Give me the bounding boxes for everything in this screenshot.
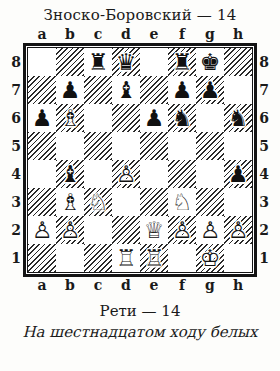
square-g8: ♚ [196,48,224,76]
square-g6 [196,104,224,132]
file-label-g: g [196,277,224,294]
square-e1: ♖ [140,244,168,272]
rank-label-6: 6 [257,104,271,132]
square-c3: ♘ [84,188,112,216]
rank-labels-right: 87654321 [257,48,271,272]
file-label-f: f [168,277,196,294]
square-f1 [168,244,196,272]
rank-label-5: 5 [9,132,23,160]
white-queen-e2: ♕ [144,216,165,244]
square-a6: ♟ [28,104,56,132]
rank-label-3: 3 [257,188,271,216]
white-knight-f3: ♘ [172,188,193,216]
rank-label-7: 7 [9,76,23,104]
square-g1: ♔ [196,244,224,272]
square-d5 [112,132,140,160]
square-g2: ♙ [196,216,224,244]
file-label-a: a [28,26,56,43]
square-b5 [56,132,84,160]
black-knight-f6: ♞ [172,104,193,132]
white-pawn-g2: ♙ [200,216,221,244]
square-b8 [56,48,84,76]
rank-label-4: 4 [9,160,23,188]
chess-diagram: abcdefgh 87654321 ♜♛♜♚♟♝♟♟♟♗♟♞♞♝♙♟♗♘♘♙♙♕… [9,26,271,294]
file-labels-top: abcdefgh [28,26,252,43]
square-b4: ♝ [56,160,84,188]
file-label-h: h [224,277,252,294]
black-pawn-f7: ♟ [172,76,193,104]
square-c4 [84,160,112,188]
rank-label-2: 2 [257,216,271,244]
square-e4 [140,160,168,188]
rank-label-1: 1 [257,244,271,272]
white-king-g1: ♔ [200,244,221,272]
square-d7: ♝ [112,76,140,104]
square-c8: ♜ [84,48,112,76]
square-g4 [196,160,224,188]
square-e3 [140,188,168,216]
square-c7 [84,76,112,104]
square-c6 [84,104,112,132]
black-bishop-d7: ♝ [116,76,137,104]
rank-label-5: 5 [257,132,271,160]
black-knight-h6: ♞ [228,104,249,132]
square-c2 [84,216,112,244]
square-g5 [196,132,224,160]
black-rook-f8: ♜ [172,48,193,76]
square-h1 [224,244,252,272]
square-d4: ♙ [112,160,140,188]
rank-label-6: 6 [9,104,23,132]
file-label-b: b [56,277,84,294]
rank-label-3: 3 [9,188,23,216]
square-h8 [224,48,252,76]
white-pawn-b2: ♙ [60,216,81,244]
file-label-a: a [28,277,56,294]
white-pawn-d4: ♙ [116,160,137,188]
square-d6 [112,104,140,132]
square-a3 [28,188,56,216]
file-label-b: b [56,26,84,43]
square-b6: ♗ [56,104,84,132]
square-b2: ♙ [56,216,84,244]
rank-label-2: 2 [9,216,23,244]
white-pawn-h2: ♙ [228,216,249,244]
black-rook-c8: ♜ [88,48,109,76]
square-a2: ♙ [28,216,56,244]
square-g3 [196,188,224,216]
square-d2 [112,216,140,244]
board-frame: ♜♛♜♚♟♝♟♟♟♗♟♞♞♝♙♟♗♘♘♙♙♕♙♙♙♖♖♔ [23,43,257,277]
file-label-h: h [224,26,252,43]
white-bishop-b6: ♗ [60,104,81,132]
white-rook-e1: ♖ [144,244,165,272]
rank-label-8: 8 [9,48,23,76]
rank-label-1: 1 [9,244,23,272]
chess-board: ♜♛♜♚♟♝♟♟♟♗♟♞♞♝♙♟♗♘♘♙♙♕♙♙♙♖♖♔ [27,47,253,273]
white-pawn-f2: ♙ [172,216,193,244]
square-f3: ♘ [168,188,196,216]
square-e5 [140,132,168,160]
square-h3 [224,188,252,216]
black-pawn-h4: ♟ [228,160,249,188]
white-rook-d1: ♖ [116,244,137,272]
rank-label-4: 4 [257,160,271,188]
file-label-g: g [196,26,224,43]
rank-label-7: 7 [257,76,271,104]
white-pawn-a2: ♙ [32,216,53,244]
diagram-footer: Рети — 14 На шестнадцатом ходу белых [23,302,258,341]
square-a4 [28,160,56,188]
square-h5 [224,132,252,160]
square-a7 [28,76,56,104]
square-h7 [224,76,252,104]
square-a5 [28,132,56,160]
square-a1 [28,244,56,272]
square-c1 [84,244,112,272]
square-f4 [168,160,196,188]
file-label-e: e [140,277,168,294]
black-bishop-b4: ♝ [60,160,81,188]
square-h2: ♙ [224,216,252,244]
square-b7: ♟ [56,76,84,104]
file-label-c: c [84,26,112,43]
square-f7: ♟ [168,76,196,104]
square-d3 [112,188,140,216]
square-e6: ♟ [140,104,168,132]
square-f5 [168,132,196,160]
square-c5 [84,132,112,160]
rank-labels-left: 87654321 [9,48,23,272]
square-h4: ♟ [224,160,252,188]
square-e8 [140,48,168,76]
square-f2: ♙ [168,216,196,244]
file-labels-bottom: abcdefgh [28,277,252,294]
black-player-label: Зноско-Боровский — 14 [44,6,237,24]
file-label-e: e [140,26,168,43]
book-diagram-page: Зноско-Боровский — 14 abcdefgh 87654321 … [0,0,280,371]
file-label-d: d [112,26,140,43]
white-bishop-b3: ♗ [60,188,81,216]
square-h6: ♞ [224,104,252,132]
rank-label-8: 8 [257,48,271,76]
white-knight-c3: ♘ [88,188,109,216]
black-pawn-e6: ♟ [144,104,165,132]
move-caption: На шестнадцатом ходу белых [23,323,258,341]
square-b3: ♗ [56,188,84,216]
square-g7: ♟ [196,76,224,104]
file-label-c: c [84,277,112,294]
black-pawn-b7: ♟ [60,76,81,104]
black-pawn-a6: ♟ [32,104,53,132]
square-d8: ♛ [112,48,140,76]
square-d1: ♖ [112,244,140,272]
black-queen-d8: ♛ [116,48,137,76]
file-label-f: f [168,26,196,43]
square-a8 [28,48,56,76]
square-f8: ♜ [168,48,196,76]
square-f6: ♞ [168,104,196,132]
square-e7 [140,76,168,104]
white-player-label: Рети — 14 [23,302,258,320]
black-pawn-g7: ♟ [200,76,221,104]
file-label-d: d [112,277,140,294]
square-e2: ♕ [140,216,168,244]
black-king-g8: ♚ [200,48,221,76]
square-b1 [56,244,84,272]
